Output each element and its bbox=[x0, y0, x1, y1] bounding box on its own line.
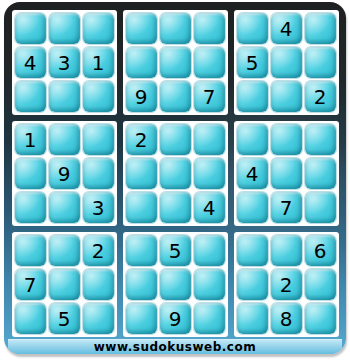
cell-r9c3[interactable] bbox=[83, 303, 114, 334]
cell-r1c9[interactable] bbox=[305, 13, 336, 44]
cell-r4c6[interactable] bbox=[194, 124, 225, 155]
cell-r3c1[interactable] bbox=[15, 81, 46, 112]
sudoku-box-4: 193 bbox=[12, 121, 117, 226]
site-url-label: www.sudokusweb.com bbox=[8, 339, 342, 354]
cell-r7c3[interactable]: 2 bbox=[83, 235, 114, 266]
cell-r5c4[interactable] bbox=[126, 158, 157, 189]
cell-r8c1[interactable]: 7 bbox=[15, 269, 46, 300]
cell-r3c5[interactable] bbox=[160, 81, 191, 112]
sudoku-box-2: 97 bbox=[123, 10, 228, 115]
cell-r5c9[interactable] bbox=[305, 158, 336, 189]
cell-r4c9[interactable] bbox=[305, 124, 336, 155]
cell-r5c6[interactable] bbox=[194, 158, 225, 189]
cell-r1c2[interactable] bbox=[49, 13, 80, 44]
cell-r6c4[interactable] bbox=[126, 192, 157, 223]
cell-r4c7[interactable] bbox=[237, 124, 268, 155]
cell-r3c8[interactable] bbox=[271, 81, 302, 112]
cell-r6c8[interactable]: 7 bbox=[271, 192, 302, 223]
sudoku-box-9: 628 bbox=[234, 232, 339, 337]
cell-r2c2[interactable]: 3 bbox=[49, 47, 80, 78]
cell-r4c1[interactable]: 1 bbox=[15, 124, 46, 155]
cell-r4c3[interactable] bbox=[83, 124, 114, 155]
cell-r1c3[interactable] bbox=[83, 13, 114, 44]
cell-r6c5[interactable] bbox=[160, 192, 191, 223]
cell-r1c1[interactable] bbox=[15, 13, 46, 44]
cell-r3c3[interactable] bbox=[83, 81, 114, 112]
cell-r9c8[interactable]: 8 bbox=[271, 303, 302, 334]
cell-r6c2[interactable] bbox=[49, 192, 80, 223]
cell-r9c1[interactable] bbox=[15, 303, 46, 334]
cell-r3c7[interactable] bbox=[237, 81, 268, 112]
cell-r2c7[interactable]: 5 bbox=[237, 47, 268, 78]
cell-r8c4[interactable] bbox=[126, 269, 157, 300]
cell-r7c6[interactable] bbox=[194, 235, 225, 266]
cell-r1c7[interactable] bbox=[237, 13, 268, 44]
cell-r4c4[interactable]: 2 bbox=[126, 124, 157, 155]
board-frame: 43197452193244727559628 www.sudokusweb.c… bbox=[4, 2, 346, 354]
cell-r1c8[interactable]: 4 bbox=[271, 13, 302, 44]
cell-r3c6[interactable]: 7 bbox=[194, 81, 225, 112]
cell-r4c8[interactable] bbox=[271, 124, 302, 155]
cell-r6c1[interactable] bbox=[15, 192, 46, 223]
cell-r9c5[interactable]: 9 bbox=[160, 303, 191, 334]
cell-r7c4[interactable] bbox=[126, 235, 157, 266]
cell-r2c6[interactable] bbox=[194, 47, 225, 78]
cell-r6c6[interactable]: 4 bbox=[194, 192, 225, 223]
cell-r4c5[interactable] bbox=[160, 124, 191, 155]
cell-r9c9[interactable] bbox=[305, 303, 336, 334]
sudoku-box-1: 431 bbox=[12, 10, 117, 115]
cell-r5c3[interactable] bbox=[83, 158, 114, 189]
cell-r7c2[interactable] bbox=[49, 235, 80, 266]
sudoku-box-8: 59 bbox=[123, 232, 228, 337]
cell-r8c7[interactable] bbox=[237, 269, 268, 300]
cell-r8c9[interactable] bbox=[305, 269, 336, 300]
cell-r5c1[interactable] bbox=[15, 158, 46, 189]
cell-r5c8[interactable] bbox=[271, 158, 302, 189]
cell-r8c3[interactable] bbox=[83, 269, 114, 300]
cell-r2c3[interactable]: 1 bbox=[83, 47, 114, 78]
sudoku-box-5: 24 bbox=[123, 121, 228, 226]
cell-r3c9[interactable]: 2 bbox=[305, 81, 336, 112]
sudoku-page: 43197452193244727559628 www.sudokusweb.c… bbox=[0, 0, 350, 360]
cell-r4c2[interactable] bbox=[49, 124, 80, 155]
cell-r8c5[interactable] bbox=[160, 269, 191, 300]
cell-r2c5[interactable] bbox=[160, 47, 191, 78]
cell-r7c8[interactable] bbox=[271, 235, 302, 266]
cell-r5c2[interactable]: 9 bbox=[49, 158, 80, 189]
cell-r8c8[interactable]: 2 bbox=[271, 269, 302, 300]
cell-r8c2[interactable] bbox=[49, 269, 80, 300]
cell-r6c3[interactable]: 3 bbox=[83, 192, 114, 223]
cell-r6c7[interactable] bbox=[237, 192, 268, 223]
cell-r7c1[interactable] bbox=[15, 235, 46, 266]
cell-r1c5[interactable] bbox=[160, 13, 191, 44]
cell-r3c2[interactable] bbox=[49, 81, 80, 112]
cell-r9c7[interactable] bbox=[237, 303, 268, 334]
cell-r9c2[interactable]: 5 bbox=[49, 303, 80, 334]
cell-r1c4[interactable] bbox=[126, 13, 157, 44]
cell-r2c1[interactable]: 4 bbox=[15, 47, 46, 78]
cell-r8c6[interactable] bbox=[194, 269, 225, 300]
cell-r5c5[interactable] bbox=[160, 158, 191, 189]
cell-r7c9[interactable]: 6 bbox=[305, 235, 336, 266]
cell-r5c7[interactable]: 4 bbox=[237, 158, 268, 189]
sudoku-box-6: 47 bbox=[234, 121, 339, 226]
cell-r3c4[interactable]: 9 bbox=[126, 81, 157, 112]
cell-r2c4[interactable] bbox=[126, 47, 157, 78]
cell-r6c9[interactable] bbox=[305, 192, 336, 223]
cell-r2c9[interactable] bbox=[305, 47, 336, 78]
cell-r9c4[interactable] bbox=[126, 303, 157, 334]
cell-r1c6[interactable] bbox=[194, 13, 225, 44]
sudoku-board: 43197452193244727559628 bbox=[12, 10, 339, 337]
sudoku-box-7: 275 bbox=[12, 232, 117, 337]
cell-r7c7[interactable] bbox=[237, 235, 268, 266]
sudoku-box-3: 452 bbox=[234, 10, 339, 115]
cell-r9c6[interactable] bbox=[194, 303, 225, 334]
cell-r7c5[interactable]: 5 bbox=[160, 235, 191, 266]
cell-r2c8[interactable] bbox=[271, 47, 302, 78]
